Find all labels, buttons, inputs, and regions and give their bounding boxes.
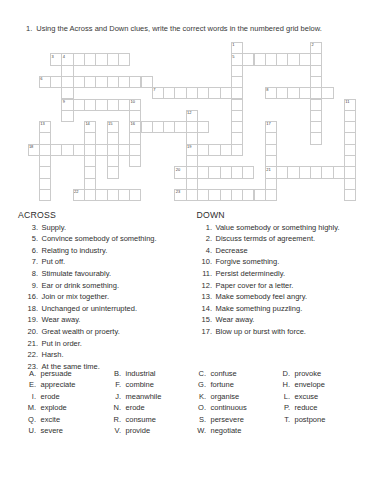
word-bank-item: Q.excite: [16, 415, 101, 427]
clue-line: 20.Great wealth or proerty.: [16, 327, 157, 339]
clue-line: 19.Wear away.: [16, 315, 157, 327]
clue-line: 22.Harsh.: [16, 350, 157, 362]
cell-number: 23: [176, 190, 180, 194]
clue-number: 7.: [16, 257, 38, 269]
clue-text: Put off.: [42, 257, 66, 269]
cell-number: 7: [153, 88, 155, 92]
cell-number: 12: [187, 111, 191, 115]
crossword-cell[interactable]: [265, 189, 277, 201]
word-bank-letter: H.: [270, 380, 290, 392]
word-bank-letter: P.: [270, 403, 290, 415]
clue-line: 7.Put off.: [16, 257, 157, 269]
across-header: ACROSS: [18, 210, 56, 220]
word-bank-word: persevere: [211, 415, 244, 427]
worksheet-instruction: 1. Using the Across and Down clues, writ…: [26, 24, 322, 33]
clue-text: Great wealth or proerty.: [42, 327, 120, 339]
word-bank-item: I.erode: [16, 392, 101, 404]
clue-number: 21.: [16, 339, 38, 351]
word-bank-letter: Q.: [16, 415, 36, 427]
word-bank-item: B.industrial: [101, 369, 186, 381]
down-header: DOWN: [197, 210, 225, 220]
clue-text: Relating to industry.: [42, 246, 108, 258]
word-bank-word: persuade: [41, 369, 72, 381]
crossword-cell[interactable]: [344, 189, 356, 201]
word-bank-word: reduce: [295, 403, 318, 415]
word-bank-item: N.erode: [101, 403, 186, 415]
clue-line: 3.Supply.: [16, 223, 157, 235]
word-bank-word: consume: [126, 415, 156, 427]
word-bank-word: meanwhile: [126, 392, 162, 404]
cell-number: 19: [187, 145, 191, 149]
word-bank-letter: L.: [270, 392, 290, 404]
word-bank-word: postpone: [295, 415, 326, 427]
crossword-cell[interactable]: [129, 189, 141, 201]
cell-number: 11: [345, 100, 349, 104]
clue-number: 17.: [190, 327, 212, 339]
clue-text: Stimulate favourably.: [42, 269, 111, 281]
down-clue-list: 1.Value somebody or something highly.2.D…: [190, 223, 339, 339]
word-bank-item: J.meanwhile: [101, 392, 186, 404]
word-bank-letter: C.: [186, 369, 206, 381]
clue-line: 8.Stimulate favourably.: [16, 269, 157, 281]
clue-line: 1.Value somebody or something highly.: [190, 223, 339, 235]
word-bank-letter: D.: [270, 369, 290, 381]
clue-text: Wear away.: [216, 315, 255, 327]
cell-number: 9: [63, 100, 65, 104]
word-bank-word: industrial: [126, 369, 156, 381]
crossword-cell[interactable]: [107, 166, 119, 178]
clue-number: 1.: [190, 223, 212, 235]
word-bank-word: provoke: [295, 369, 322, 381]
word-bank-letter: E.: [16, 380, 36, 392]
clue-number: 5.: [16, 234, 38, 246]
clue-line: 15.Wear away.: [190, 315, 339, 327]
word-bank-letter: M.: [16, 403, 36, 415]
cell-number: 10: [131, 100, 135, 104]
word-bank-item: P.reduce: [270, 403, 376, 415]
clue-text: Persist determinedly.: [216, 269, 285, 281]
clue-line: 16.Join or mix together.: [16, 292, 157, 304]
clue-text: Ear or drink something.: [42, 281, 120, 293]
word-bank-letter: S.: [186, 415, 206, 427]
word-bank-word: provide: [126, 426, 151, 438]
clue-line: 14.Make something puzzling.: [190, 304, 339, 316]
word-bank-item: W.negotiate: [186, 426, 270, 438]
clue-text: Supply.: [42, 223, 66, 235]
word-bank-word: excuse: [295, 392, 319, 404]
word-bank-word: erode: [41, 392, 60, 404]
word-bank-item: R.consume: [101, 415, 186, 427]
word-bank-letter: B.: [101, 369, 121, 381]
crossword-cell[interactable]: [321, 87, 333, 99]
word-bank-word: appreciate: [41, 380, 76, 392]
clue-number: 10.: [190, 257, 212, 269]
clue-line: 11.Persist determinedly.: [190, 269, 339, 281]
clue-line: 4.Decrease: [190, 246, 339, 258]
cell-number: 1: [232, 43, 234, 47]
clue-text: Unchanged or uninterrupted.: [42, 304, 137, 316]
word-bank-letter: O.: [186, 403, 206, 415]
cell-number: 6: [40, 77, 42, 81]
cell-number: 20: [176, 168, 180, 172]
word-bank-item: F.combine: [101, 380, 186, 392]
instruction-number: 1.: [26, 24, 32, 33]
clue-number: 2.: [190, 234, 212, 246]
cell-number: 16: [131, 122, 135, 126]
clue-number: 11.: [190, 269, 212, 281]
clue-number: 20.: [16, 327, 38, 339]
clue-text: Convince somebody of something.: [42, 234, 157, 246]
clue-line: 9.Ear or drink something.: [16, 281, 157, 293]
cell-number: 18: [29, 145, 33, 149]
crossword-grid: 3567891618192021222312410111213141517: [28, 42, 357, 201]
clue-text: Discuss termds of agreement.: [216, 234, 316, 246]
word-bank-letter: J.: [101, 392, 121, 404]
clue-number: 8.: [16, 269, 38, 281]
word-bank-item: E.appreciate: [16, 380, 101, 392]
clue-text: Decrease: [216, 246, 248, 258]
clue-line: 13.Make somebody feel angry.: [190, 292, 339, 304]
word-bank-letter: F.: [101, 380, 121, 392]
cell-number: 14: [85, 122, 89, 126]
clue-line: 18.Unchanged or uninterrupted.: [16, 304, 157, 316]
cell-number: 3: [52, 55, 54, 59]
word-bank-letter: T.: [270, 415, 290, 427]
across-clue-list: 3.Supply.5.Convince somebody of somethin…: [16, 223, 157, 374]
word-bank-word: confuse: [211, 369, 237, 381]
word-bank-item: G.fortune: [186, 380, 270, 392]
word-bank-item: V.provide: [101, 426, 186, 438]
crossword-cell[interactable]: [118, 53, 130, 65]
word-bank-item: M.explode: [16, 403, 101, 415]
cell-number: 4: [63, 55, 65, 59]
clue-number: 19.: [16, 315, 38, 327]
crossword-cell[interactable]: [61, 110, 73, 122]
clue-number: 18.: [16, 304, 38, 316]
clue-number: 22.: [16, 350, 38, 362]
clue-number: 16.: [16, 292, 38, 304]
word-bank-letter: G.: [186, 380, 206, 392]
word-bank-word: negotiate: [211, 426, 242, 438]
clue-number: 15.: [190, 315, 212, 327]
cell-number: 15: [108, 122, 112, 126]
word-bank-letter: U.: [16, 426, 36, 438]
cell-number: 8: [266, 88, 268, 92]
clue-text: Value somebody or something highly.: [216, 223, 340, 235]
clue-text: Forgive something.: [216, 257, 280, 269]
word-bank-word: excite: [41, 415, 61, 427]
crossword-cell[interactable]: [39, 189, 51, 201]
clue-line: 5.Convince somebody of something.: [16, 234, 157, 246]
cell-number: 2: [311, 43, 313, 47]
word-bank-item: U.severe: [16, 426, 101, 438]
instruction-text: Using the Across and Down clues, write t…: [36, 24, 322, 33]
clue-text: Wear away.: [42, 315, 81, 327]
clue-number: 13.: [190, 292, 212, 304]
cell-number: 13: [40, 122, 44, 126]
word-bank-letter: A.: [16, 369, 36, 381]
word-bank-item: A.persuade: [16, 369, 101, 381]
clue-line: 6.Relating to industry.: [16, 246, 157, 258]
clue-text: Make somebody feel angry.: [216, 292, 308, 304]
word-bank-letter: W.: [186, 426, 206, 438]
cell-number: 21: [266, 168, 270, 172]
word-bank-word: organise: [211, 392, 240, 404]
clue-number: 4.: [190, 246, 212, 258]
word-bank-item: C.confuse: [186, 369, 270, 381]
word-bank-item: S.persevere: [186, 415, 270, 427]
clue-number: 14.: [190, 304, 212, 316]
clue-line: 2.Discuss termds of agreement.: [190, 234, 339, 246]
word-bank-item: O.continuous: [186, 403, 270, 415]
clue-number: 3.: [16, 223, 38, 235]
crossword-cell[interactable]: [242, 166, 254, 178]
word-bank-item: L.excuse: [270, 392, 376, 404]
cell-number: 5: [232, 55, 234, 59]
word-bank-item: D.provoke: [270, 369, 376, 381]
word-bank-word: explode: [41, 403, 67, 415]
clue-text: Join or mix together.: [42, 292, 110, 304]
word-bank-word: continuous: [211, 403, 247, 415]
word-bank-word: combine: [126, 380, 154, 392]
crossword-cell[interactable]: [310, 132, 322, 144]
clue-line: 10.Forgive something.: [190, 257, 339, 269]
crossword-cell[interactable]: [129, 155, 141, 167]
cell-number: 17: [266, 122, 270, 126]
clue-line: 17.Blow up or burst with force.: [190, 327, 339, 339]
word-bank: A.persuadeB.industrialC.confuseD.provoke…: [16, 369, 376, 439]
word-bank-word: envelope: [295, 380, 325, 392]
crossword-cell[interactable]: [197, 121, 209, 133]
crossword-cell[interactable]: [231, 144, 243, 156]
clue-text: Make something puzzling.: [216, 304, 303, 316]
clue-text: Harsh.: [42, 350, 64, 362]
word-bank-letter: K.: [186, 392, 206, 404]
clue-number: 6.: [16, 246, 38, 258]
word-bank-letter: R.: [101, 415, 121, 427]
word-bank-letter: N.: [101, 403, 121, 415]
word-bank-item: H.envelope: [270, 380, 376, 392]
clue-text: Put in order.: [42, 339, 82, 351]
clue-text: Paper cover for a letter.: [216, 281, 294, 293]
word-bank-word: severe: [41, 426, 64, 438]
clue-line: 12.Paper cover for a letter.: [190, 281, 339, 293]
clue-text: Blow up or burst with force.: [216, 327, 306, 339]
word-bank-word: fortune: [211, 380, 234, 392]
clue-number: 9.: [16, 281, 38, 293]
clue-line: 21.Put in order.: [16, 339, 157, 351]
cell-number: 22: [74, 190, 78, 194]
clue-number: 12.: [190, 281, 212, 293]
word-bank-item: K.organise: [186, 392, 270, 404]
word-bank-letter: V.: [101, 426, 121, 438]
word-bank-word: erode: [126, 403, 145, 415]
word-bank-item: T.postpone: [270, 415, 376, 427]
word-bank-letter: I.: [16, 392, 36, 404]
